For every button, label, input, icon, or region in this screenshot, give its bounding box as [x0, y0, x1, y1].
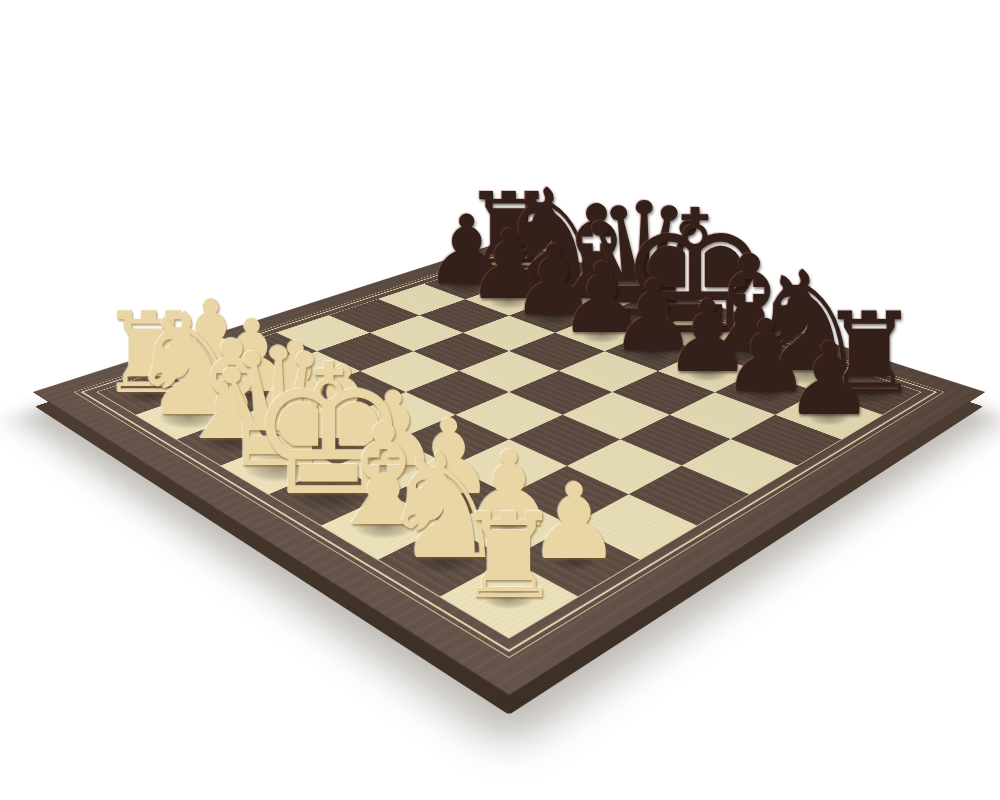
- piece-white-rook-h1[interactable]: ♜: [456, 496, 562, 614]
- chess-set-photo: Ornate Staunton chess set at the startin…: [0, 0, 1000, 800]
- pieces-layer: ♜♞♝♛♚♝♞♜♟♟♟♟♟♟♟♟♟♟♟♟♟♟♟♟♜♞♝♛♚♝♞♜: [0, 0, 1000, 800]
- piece-black-pawn-h7[interactable]: ♟: [784, 329, 874, 430]
